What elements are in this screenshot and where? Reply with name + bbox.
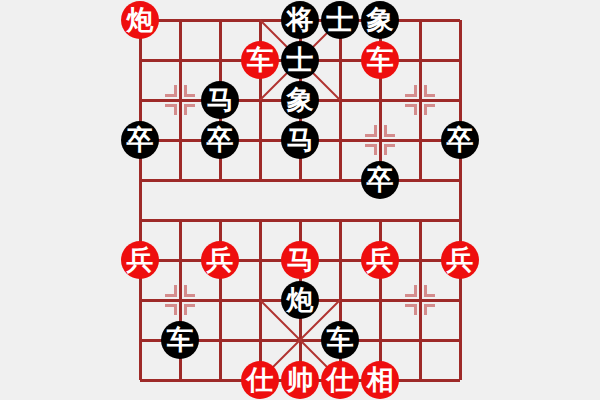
xiangqi-board-screenshot: 炮将士象车士车马象卒卒马卒卒兵兵马兵兵炮车车仕帅仕相 bbox=[0, 0, 600, 400]
piece-red-cannon[interactable]: 炮 bbox=[121, 1, 159, 39]
piece-red-pawn[interactable]: 兵 bbox=[361, 241, 399, 279]
piece-black-elephant[interactable]: 象 bbox=[281, 81, 319, 119]
piece-black-chariot[interactable]: 车 bbox=[321, 321, 359, 359]
piece-red-advisor[interactable]: 仕 bbox=[321, 361, 359, 399]
piece-red-pawn[interactable]: 兵 bbox=[201, 241, 239, 279]
piece-black-chariot[interactable]: 车 bbox=[161, 321, 199, 359]
piece-black-cannon[interactable]: 炮 bbox=[281, 281, 319, 319]
piece-black-pawn[interactable]: 卒 bbox=[201, 121, 239, 159]
piece-red-chariot[interactable]: 车 bbox=[241, 41, 279, 79]
piece-black-horse[interactable]: 马 bbox=[201, 81, 239, 119]
piece-black-horse[interactable]: 马 bbox=[281, 121, 319, 159]
piece-black-pawn[interactable]: 卒 bbox=[441, 121, 479, 159]
piece-red-elephant[interactable]: 相 bbox=[361, 361, 399, 399]
piece-black-elephant[interactable]: 象 bbox=[361, 1, 399, 39]
piece-red-advisor[interactable]: 仕 bbox=[241, 361, 279, 399]
piece-black-advisor[interactable]: 士 bbox=[281, 41, 319, 79]
piece-black-pawn[interactable]: 卒 bbox=[361, 161, 399, 199]
piece-red-horse[interactable]: 马 bbox=[281, 241, 319, 279]
piece-red-general[interactable]: 帅 bbox=[281, 361, 319, 399]
pieces-layer: 炮将士象车士车马象卒卒马卒卒兵兵马兵兵炮车车仕帅仕相 bbox=[0, 0, 600, 400]
piece-black-general[interactable]: 将 bbox=[281, 1, 319, 39]
piece-black-advisor[interactable]: 士 bbox=[321, 1, 359, 39]
piece-red-pawn[interactable]: 兵 bbox=[121, 241, 159, 279]
piece-red-chariot[interactable]: 车 bbox=[361, 41, 399, 79]
piece-black-pawn[interactable]: 卒 bbox=[121, 121, 159, 159]
piece-red-pawn[interactable]: 兵 bbox=[441, 241, 479, 279]
